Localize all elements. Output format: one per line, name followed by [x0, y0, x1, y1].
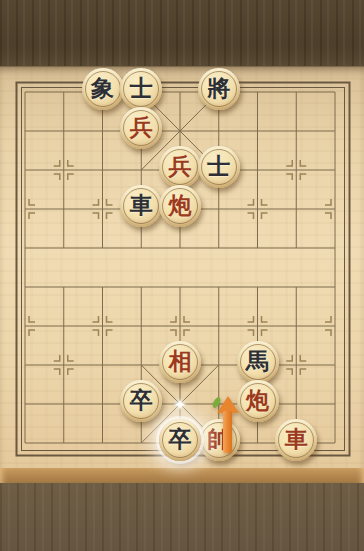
arrow-shaft — [223, 411, 232, 453]
piece-glyph: 馬 — [246, 350, 269, 373]
piece-glyph: 兵 — [130, 116, 153, 139]
last-move-origin-marker: ✦ — [169, 394, 191, 416]
piece-glyph: 車 — [285, 428, 308, 451]
piece-glyph: 相 — [169, 350, 192, 373]
piece-glyph: 炮 — [246, 389, 269, 412]
piece-glyph: 卒 — [169, 428, 192, 451]
piece-black-soldier[interactable]: 卒 — [120, 380, 162, 422]
piece-black-horse[interactable]: 馬 — [237, 341, 279, 383]
piece-glyph: 士 — [207, 155, 230, 178]
piece-glyph: 卒 — [130, 389, 153, 412]
piece-black-advisor[interactable]: 士 — [120, 68, 162, 110]
piece-glyph: 車 — [130, 194, 153, 217]
piece-black-soldier[interactable]: 卒 — [159, 419, 201, 461]
piece-red-soldier[interactable]: 兵 — [159, 146, 201, 188]
piece-black-general[interactable]: 將 — [198, 68, 240, 110]
piece-red-cannon[interactable]: 炮 — [159, 185, 201, 227]
piece-red-elephant[interactable]: 相 — [159, 341, 201, 383]
piece-red-chariot[interactable]: 車 — [275, 419, 317, 461]
piece-black-chariot[interactable]: 車 — [120, 185, 162, 227]
piece-glyph: 兵 — [169, 155, 192, 178]
xiangqi-app: 象士將兵兵士車炮相馬卒炮卒帥車 ✦ — [0, 0, 364, 551]
piece-red-soldier[interactable]: 兵 — [120, 107, 162, 149]
piece-glyph: 炮 — [169, 194, 192, 217]
piece-red-cannon[interactable]: 炮 — [237, 380, 279, 422]
piece-black-advisor[interactable]: 士 — [198, 146, 240, 188]
piece-glyph: 將 — [207, 77, 230, 100]
piece-black-elephant[interactable]: 象 — [82, 68, 124, 110]
piece-glyph: 象 — [91, 77, 114, 100]
piece-glyph: 士 — [130, 77, 153, 100]
move-hint-arrow — [216, 396, 240, 454]
